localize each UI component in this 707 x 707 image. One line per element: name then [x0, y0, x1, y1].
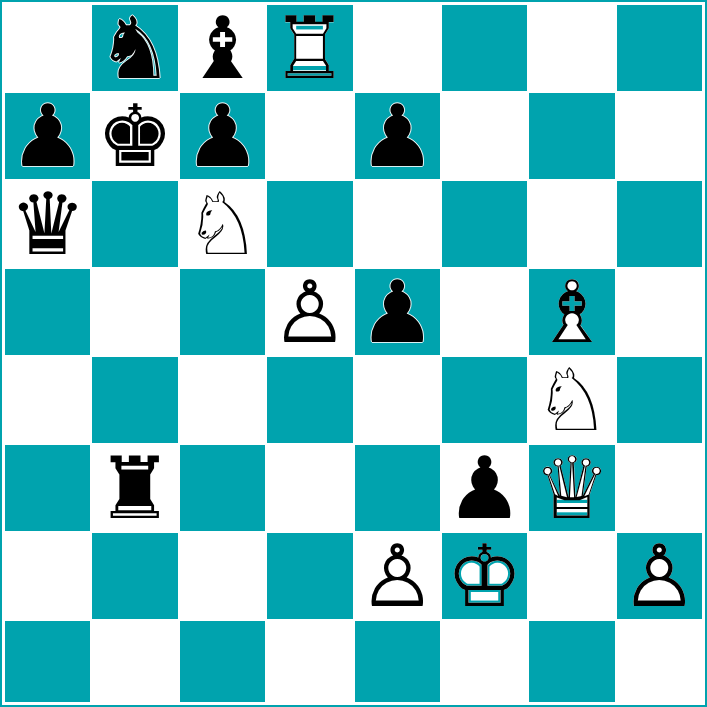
square-f7[interactable]: [441, 92, 528, 180]
square-h6[interactable]: [616, 180, 703, 268]
black-pawn[interactable]: ♟: [446, 445, 523, 531]
square-d4[interactable]: [266, 356, 353, 444]
square-g1[interactable]: [528, 620, 615, 703]
square-g2[interactable]: [528, 532, 615, 620]
square-a3[interactable]: [4, 444, 91, 532]
square-c6[interactable]: ♞♘: [179, 180, 266, 268]
square-b5[interactable]: [91, 268, 178, 356]
square-a8[interactable]: [4, 4, 91, 92]
square-f6[interactable]: [441, 180, 528, 268]
square-g8[interactable]: [528, 4, 615, 92]
square-g7[interactable]: [528, 92, 615, 180]
square-e1[interactable]: [354, 620, 441, 703]
black-pawn[interactable]: ♟: [9, 93, 86, 179]
square-g4[interactable]: ♞♘: [528, 356, 615, 444]
black-pawn[interactable]: ♟: [359, 269, 436, 355]
black-king[interactable]: ♚: [97, 93, 174, 179]
square-f5[interactable]: [441, 268, 528, 356]
square-a4[interactable]: [4, 356, 91, 444]
square-b8[interactable]: ♞: [91, 4, 178, 92]
black-pawn[interactable]: ♟: [359, 93, 436, 179]
square-b2[interactable]: [91, 532, 178, 620]
square-e2[interactable]: ♟♙: [354, 532, 441, 620]
square-f4[interactable]: [441, 356, 528, 444]
black-pawn[interactable]: ♟: [184, 93, 261, 179]
square-h8[interactable]: [616, 4, 703, 92]
white-bishop[interactable]: ♝♗: [533, 269, 610, 355]
square-d8[interactable]: ♜♖: [266, 4, 353, 92]
square-a5[interactable]: [4, 268, 91, 356]
white-pawn[interactable]: ♟♙: [271, 269, 348, 355]
square-a2[interactable]: [4, 532, 91, 620]
square-d3[interactable]: [266, 444, 353, 532]
square-g3[interactable]: ♛♕: [528, 444, 615, 532]
square-h5[interactable]: [616, 268, 703, 356]
black-queen[interactable]: ♛: [9, 181, 86, 267]
white-pawn-outline: ♙: [359, 533, 436, 619]
square-e3[interactable]: [354, 444, 441, 532]
square-e4[interactable]: [354, 356, 441, 444]
white-knight[interactable]: ♞♘: [533, 357, 610, 443]
square-f2[interactable]: ♚♔: [441, 532, 528, 620]
square-c1[interactable]: [179, 620, 266, 703]
white-bishop-outline: ♗: [533, 269, 610, 355]
square-a7[interactable]: ♟: [4, 92, 91, 180]
square-h2[interactable]: ♟♙: [616, 532, 703, 620]
square-h7[interactable]: [616, 92, 703, 180]
square-b6[interactable]: [91, 180, 178, 268]
square-b1[interactable]: [91, 620, 178, 703]
white-pawn[interactable]: ♟♙: [621, 533, 698, 619]
square-a6[interactable]: ♛: [4, 180, 91, 268]
square-a1[interactable]: [4, 620, 91, 703]
square-c5[interactable]: [179, 268, 266, 356]
square-d6[interactable]: [266, 180, 353, 268]
white-king-outline: ♔: [446, 533, 523, 619]
square-h1[interactable]: [616, 620, 703, 703]
white-queen[interactable]: ♛♕: [533, 445, 610, 531]
black-knight[interactable]: ♞: [97, 5, 174, 91]
square-d7[interactable]: [266, 92, 353, 180]
black-rook[interactable]: ♜: [97, 445, 174, 531]
square-e5[interactable]: ♟: [354, 268, 441, 356]
square-e7[interactable]: ♟: [354, 92, 441, 180]
square-g5[interactable]: ♝♗: [528, 268, 615, 356]
white-queen-outline: ♕: [533, 445, 610, 531]
white-pawn-outline: ♙: [621, 533, 698, 619]
white-knight-outline: ♘: [184, 181, 261, 267]
white-king[interactable]: ♚♔: [446, 533, 523, 619]
square-c3[interactable]: [179, 444, 266, 532]
white-knight[interactable]: ♞♘: [184, 181, 261, 267]
chess-board-frame: ♞♝♜♖♟♚♟♟♛♞♘♟♙♟♝♗♞♘♜♟♛♕♟♙♚♔♟♙: [0, 0, 707, 707]
white-pawn-outline: ♙: [271, 269, 348, 355]
square-h4[interactable]: [616, 356, 703, 444]
white-rook-outline: ♖: [271, 5, 348, 91]
square-c2[interactable]: [179, 532, 266, 620]
square-c7[interactable]: ♟: [179, 92, 266, 180]
square-d2[interactable]: [266, 532, 353, 620]
square-b4[interactable]: [91, 356, 178, 444]
square-e8[interactable]: [354, 4, 441, 92]
square-c8[interactable]: ♝: [179, 4, 266, 92]
black-bishop[interactable]: ♝: [184, 5, 261, 91]
white-pawn[interactable]: ♟♙: [359, 533, 436, 619]
white-knight-outline: ♘: [533, 357, 610, 443]
square-c4[interactable]: [179, 356, 266, 444]
square-e6[interactable]: [354, 180, 441, 268]
square-h3[interactable]: [616, 444, 703, 532]
square-f1[interactable]: [441, 620, 528, 703]
square-g6[interactable]: [528, 180, 615, 268]
square-b7[interactable]: ♚: [91, 92, 178, 180]
square-b3[interactable]: ♜: [91, 444, 178, 532]
square-d1[interactable]: [266, 620, 353, 703]
chess-board: ♞♝♜♖♟♚♟♟♛♞♘♟♙♟♝♗♞♘♜♟♛♕♟♙♚♔♟♙: [4, 4, 703, 703]
square-f3[interactable]: ♟: [441, 444, 528, 532]
white-rook[interactable]: ♜♖: [271, 5, 348, 91]
square-f8[interactable]: [441, 4, 528, 92]
square-d5[interactable]: ♟♙: [266, 268, 353, 356]
